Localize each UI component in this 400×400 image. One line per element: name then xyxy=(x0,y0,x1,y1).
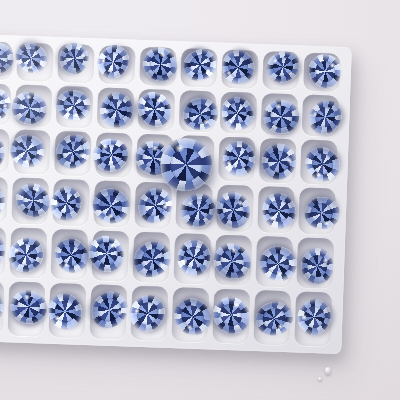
tray-cell xyxy=(94,85,137,131)
tray-cell xyxy=(256,136,299,185)
tray-cell xyxy=(299,92,342,138)
tray-cell xyxy=(168,285,211,344)
tray-cell xyxy=(254,184,297,235)
tray-cell xyxy=(176,88,219,134)
tray-cell xyxy=(45,281,88,340)
table-surface xyxy=(0,0,400,400)
tray-cell xyxy=(4,279,47,338)
tray-cell xyxy=(95,43,137,86)
tray-cell xyxy=(258,91,301,137)
tray-cell xyxy=(217,90,260,136)
tray-cell xyxy=(131,180,174,231)
tray-cell xyxy=(13,40,55,83)
tray-cell xyxy=(211,232,254,287)
tray-cell xyxy=(135,87,178,133)
tray-cell xyxy=(92,130,135,179)
tray-cell xyxy=(259,49,301,92)
tray-cell xyxy=(170,231,213,286)
tray-cell xyxy=(291,289,334,348)
tray-cell xyxy=(293,235,336,290)
tray-cell xyxy=(136,45,178,88)
tray-cell xyxy=(209,286,252,345)
tray-cell xyxy=(6,225,49,280)
tray-cell xyxy=(51,129,94,178)
tray-cell xyxy=(213,182,256,233)
tray-cell xyxy=(86,282,129,341)
tray-cell xyxy=(47,227,90,282)
tray-cell xyxy=(174,133,217,182)
tray-cell xyxy=(10,127,53,176)
tray-cell xyxy=(54,42,96,85)
tray-cell xyxy=(12,82,55,128)
tray-cell xyxy=(300,50,342,93)
tray-cell xyxy=(129,230,172,285)
tray-cell xyxy=(215,135,258,184)
tray-cell xyxy=(8,175,51,226)
tray-cell xyxy=(88,228,131,283)
tray-cell xyxy=(53,84,96,130)
rhinestone-tray xyxy=(0,34,352,354)
tray-cell xyxy=(218,48,260,91)
tray-cell xyxy=(90,178,133,229)
tray-cell xyxy=(127,284,170,343)
tray-cell xyxy=(177,46,219,89)
water-droplet xyxy=(325,367,331,375)
tray-cell xyxy=(49,177,92,228)
tray-cell xyxy=(250,288,293,347)
tray-cell xyxy=(297,137,340,186)
tray-cell xyxy=(295,185,338,236)
tray-cell xyxy=(252,234,295,289)
tray-grid xyxy=(0,39,343,349)
water-droplet xyxy=(318,377,322,381)
